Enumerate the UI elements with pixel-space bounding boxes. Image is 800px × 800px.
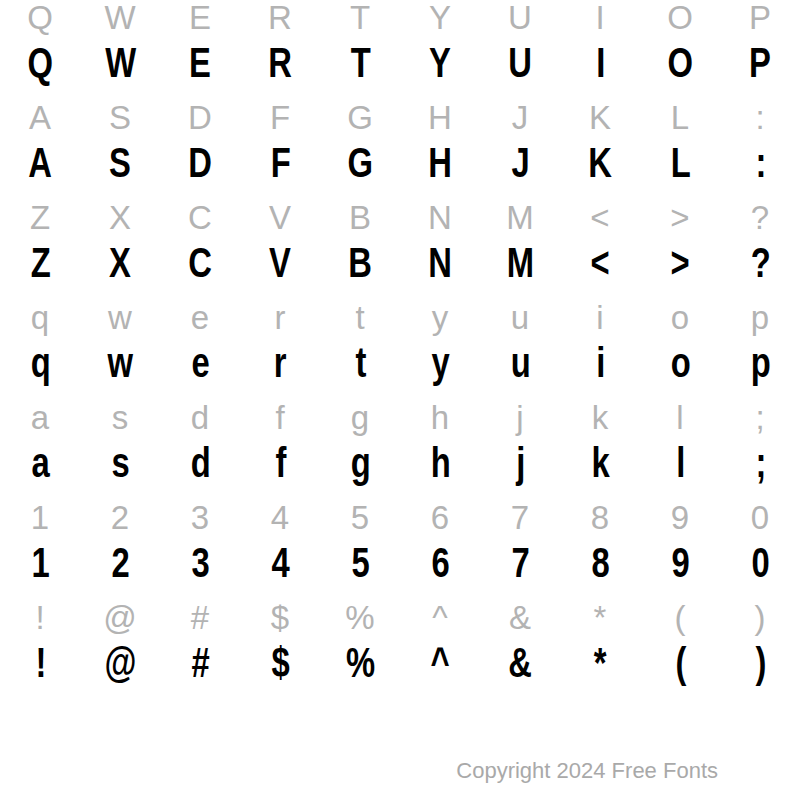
reference-glyph: G	[347, 101, 373, 134]
specimen-glyph: J	[511, 142, 528, 184]
reference-glyph: 6	[431, 501, 449, 534]
char-cell: s	[80, 445, 160, 500]
reference-glyph: k	[592, 401, 609, 434]
reference-glyph: L	[671, 101, 689, 134]
reference-glyph: %	[345, 601, 374, 634]
char-cell: g	[320, 445, 400, 500]
char-cell: )	[720, 645, 800, 700]
reference-glyph: Z	[30, 201, 50, 234]
reference-glyph: I	[595, 1, 604, 34]
char-cell: I	[560, 45, 640, 100]
char-cell: o	[640, 345, 720, 400]
specimen-glyph: T	[350, 42, 369, 84]
reference-glyph: C	[188, 201, 212, 234]
reference-glyph: 2	[111, 501, 129, 534]
char-cell: A	[0, 145, 80, 200]
specimen-glyph: R	[269, 42, 292, 84]
specimen-glyph: 6	[431, 542, 448, 584]
reference-glyph: r	[275, 301, 286, 334]
specimen-glyph: $	[271, 642, 288, 684]
char-cell: w	[80, 345, 160, 400]
char-cell: M	[480, 245, 560, 300]
reference-glyph: a	[31, 401, 49, 434]
specimen-glyph: 8	[591, 542, 608, 584]
char-cell: #	[160, 645, 240, 700]
reference-glyph: E	[189, 1, 211, 34]
character-row-pair: ZXCVBNM<>?ZXCVBNM<>?	[0, 200, 800, 300]
char-cell: 2	[80, 545, 160, 600]
specimen-glyph: <	[591, 242, 609, 284]
char-cell: u	[480, 345, 560, 400]
specimen-glyph: 4	[271, 542, 288, 584]
specimen-glyph: ^	[431, 642, 449, 684]
reference-glyph: S	[109, 101, 131, 134]
reference-glyph: 0	[751, 501, 769, 534]
specimen-row: ASDFGHJKL:	[0, 145, 800, 200]
specimen-glyph: a	[31, 442, 48, 484]
specimen-glyph: (	[675, 642, 685, 684]
reference-glyph: &	[509, 601, 531, 634]
char-cell: :	[720, 145, 800, 200]
reference-glyph: g	[351, 401, 369, 434]
specimen-glyph: ;	[755, 442, 765, 484]
specimen-glyph: C	[189, 242, 212, 284]
char-cell: E	[160, 45, 240, 100]
char-cell: ;	[720, 445, 800, 500]
char-cell: C	[160, 245, 240, 300]
reference-glyph: (	[675, 601, 686, 634]
specimen-glyph: g	[350, 442, 369, 484]
specimen-glyph: 5	[351, 542, 368, 584]
character-row-pair: qwertyuiopqwertyuiop	[0, 300, 800, 400]
reference-glyph: :	[755, 101, 764, 134]
char-cell: @	[80, 645, 160, 700]
char-cell: d	[160, 445, 240, 500]
reference-glyph: F	[270, 101, 290, 134]
char-cell: N	[400, 245, 480, 300]
char-cell: !	[0, 645, 80, 700]
char-cell: L	[640, 145, 720, 200]
reference-glyph: q	[31, 301, 49, 334]
char-cell: 4	[240, 545, 320, 600]
specimen-glyph: f	[275, 442, 285, 484]
char-cell: Y	[400, 45, 480, 100]
reference-glyph: R	[268, 1, 292, 34]
char-cell: O	[640, 45, 720, 100]
char-cell: t	[320, 345, 400, 400]
char-cell: <	[560, 245, 640, 300]
char-cell: 6	[400, 545, 480, 600]
char-cell: V	[240, 245, 320, 300]
char-cell: B	[320, 245, 400, 300]
reference-glyph: 1	[31, 501, 49, 534]
reference-glyph: M	[506, 201, 534, 234]
specimen-glyph: k	[591, 442, 608, 484]
specimen-glyph: #	[191, 642, 208, 684]
specimen-glyph: q	[30, 342, 49, 384]
char-cell: 7	[480, 545, 560, 600]
specimen-glyph: y	[431, 342, 448, 384]
char-cell: K	[560, 145, 640, 200]
specimen-row: ZXCVBNM<>?	[0, 245, 800, 300]
specimen-glyph: S	[109, 142, 130, 184]
char-cell: h	[400, 445, 480, 500]
specimen-glyph: K	[589, 142, 612, 184]
reference-glyph: <	[590, 201, 609, 234]
reference-glyph: i	[596, 301, 603, 334]
reference-glyph: Q	[27, 1, 53, 34]
reference-glyph: d	[191, 401, 209, 434]
specimen-row: qwertyuiop	[0, 345, 800, 400]
character-row-pair: !@#$%^&*()!@#$%^&*()	[0, 600, 800, 700]
reference-glyph: o	[671, 301, 689, 334]
specimen-glyph: 0	[751, 542, 768, 584]
reference-glyph: J	[512, 101, 529, 134]
specimen-glyph: w	[108, 342, 133, 384]
char-cell: D	[160, 145, 240, 200]
char-cell: $	[240, 645, 320, 700]
char-cell: a	[0, 445, 80, 500]
specimen-glyph: H	[429, 142, 452, 184]
char-cell: ^	[400, 645, 480, 700]
specimen-glyph: D	[189, 142, 212, 184]
character-row-pair: QWERTYUIOPQWERTYUIOP	[0, 0, 800, 100]
reference-glyph: )	[755, 601, 766, 634]
reference-glyph: 9	[671, 501, 689, 534]
specimen-glyph: >	[671, 242, 689, 284]
specimen-glyph: G	[348, 142, 373, 184]
char-cell: >	[640, 245, 720, 300]
char-cell: r	[240, 345, 320, 400]
char-cell: e	[160, 345, 240, 400]
char-cell: l	[640, 445, 720, 500]
reference-glyph: t	[355, 301, 364, 334]
char-cell: W	[80, 45, 160, 100]
specimen-glyph: L	[670, 142, 689, 184]
char-cell: %	[320, 645, 400, 700]
reference-glyph: A	[29, 101, 51, 134]
specimen-glyph: i	[596, 342, 604, 384]
char-cell: X	[80, 245, 160, 300]
specimen-glyph: M	[507, 242, 534, 284]
char-cell: (	[640, 645, 720, 700]
char-cell: R	[240, 45, 320, 100]
specimen-glyph: Y	[429, 42, 450, 84]
char-cell: i	[560, 345, 640, 400]
specimen-glyph: e	[191, 342, 208, 384]
specimen-row: 1234567890	[0, 545, 800, 600]
char-cell: U	[480, 45, 560, 100]
char-cell: S	[80, 145, 160, 200]
reference-glyph: D	[188, 101, 212, 134]
char-cell: P	[720, 45, 800, 100]
reference-glyph: p	[751, 301, 769, 334]
specimen-glyph: 9	[671, 542, 688, 584]
reference-glyph: N	[428, 201, 452, 234]
specimen-glyph: ?	[750, 242, 769, 284]
specimen-glyph: t	[355, 342, 365, 384]
char-cell: *	[560, 645, 640, 700]
specimen-glyph: V	[269, 242, 290, 284]
specimen-glyph: h	[430, 442, 449, 484]
specimen-glyph: O	[668, 42, 693, 84]
reference-glyph: ?	[751, 201, 769, 234]
reference-glyph: u	[511, 301, 529, 334]
specimen-glyph: @	[104, 642, 135, 684]
char-cell: H	[400, 145, 480, 200]
specimen-glyph: j	[516, 442, 524, 484]
specimen-glyph: F	[270, 142, 289, 184]
specimen-glyph: Z	[30, 242, 49, 284]
reference-glyph: l	[676, 401, 683, 434]
reference-glyph: j	[516, 401, 523, 434]
reference-glyph: ^	[432, 601, 448, 634]
char-cell: j	[480, 445, 560, 500]
reference-glyph: y	[432, 301, 449, 334]
specimen-glyph: )	[755, 642, 765, 684]
char-cell: 9	[640, 545, 720, 600]
specimen-row: !@#$%^&*()	[0, 645, 800, 700]
specimen-glyph: p	[750, 342, 769, 384]
specimen-glyph: d	[190, 442, 209, 484]
char-cell: &	[480, 645, 560, 700]
specimen-glyph: l	[676, 442, 684, 484]
reference-glyph: 3	[191, 501, 209, 534]
specimen-row: QWERTYUIOP	[0, 45, 800, 100]
character-row-pair: 12345678901234567890	[0, 500, 800, 600]
char-cell: 0	[720, 545, 800, 600]
specimen-glyph: W	[105, 42, 135, 84]
reference-glyph: >	[670, 201, 689, 234]
reference-glyph: 8	[591, 501, 609, 534]
specimen-glyph: X	[109, 242, 130, 284]
reference-glyph: B	[349, 201, 371, 234]
char-cell: G	[320, 145, 400, 200]
reference-glyph: X	[109, 201, 131, 234]
char-cell: F	[240, 145, 320, 200]
char-cell: 8	[560, 545, 640, 600]
char-cell: 3	[160, 545, 240, 600]
character-row-pair: asdfghjkl;asdfghjkl;	[0, 400, 800, 500]
specimen-glyph: *	[594, 642, 606, 684]
specimen-glyph: &	[509, 642, 532, 684]
reference-glyph: $	[271, 601, 289, 634]
char-cell: q	[0, 345, 80, 400]
reference-glyph: 5	[351, 501, 369, 534]
reference-glyph: Y	[429, 1, 451, 34]
character-row-pair: ASDFGHJKL:ASDFGHJKL:	[0, 100, 800, 200]
reference-glyph: h	[431, 401, 449, 434]
specimen-glyph: s	[111, 442, 128, 484]
reference-glyph: V	[269, 201, 291, 234]
specimen-glyph: :	[755, 142, 765, 184]
reference-glyph: U	[508, 1, 532, 34]
reference-glyph: P	[749, 1, 771, 34]
specimen-glyph: %	[346, 642, 374, 684]
specimen-glyph: B	[349, 242, 372, 284]
reference-glyph: @	[103, 601, 137, 634]
char-cell: Q	[0, 45, 80, 100]
char-cell: f	[240, 445, 320, 500]
specimen-glyph: 3	[191, 542, 208, 584]
specimen-glyph: P	[749, 42, 770, 84]
reference-glyph: K	[589, 101, 611, 134]
specimen-glyph: U	[509, 42, 532, 84]
specimen-glyph: Q	[28, 42, 53, 84]
reference-glyph: 7	[511, 501, 529, 534]
char-cell: Z	[0, 245, 80, 300]
reference-glyph: !	[35, 601, 44, 634]
specimen-glyph: 7	[511, 542, 528, 584]
char-cell: y	[400, 345, 480, 400]
reference-glyph: e	[191, 301, 209, 334]
reference-glyph: W	[104, 1, 135, 34]
reference-glyph: w	[108, 301, 132, 334]
specimen-glyph: 1	[31, 542, 48, 584]
specimen-glyph: N	[429, 242, 452, 284]
char-cell: J	[480, 145, 560, 200]
specimen-glyph: !	[35, 642, 45, 684]
reference-glyph: O	[667, 1, 693, 34]
specimen-glyph: r	[274, 342, 286, 384]
char-cell: T	[320, 45, 400, 100]
reference-glyph: f	[275, 401, 284, 434]
char-cell: 5	[320, 545, 400, 600]
specimen-glyph: I	[596, 42, 604, 84]
specimen-glyph: o	[670, 342, 689, 384]
char-cell: 1	[0, 545, 80, 600]
specimen-row: asdfghjkl;	[0, 445, 800, 500]
char-cell: ?	[720, 245, 800, 300]
reference-glyph: s	[112, 401, 129, 434]
specimen-glyph: u	[510, 342, 529, 384]
char-cell: p	[720, 345, 800, 400]
reference-glyph: #	[191, 601, 209, 634]
reference-glyph: 4	[271, 501, 289, 534]
copyright-text: Copyright 2024 Free Fonts	[456, 758, 718, 784]
reference-glyph: H	[428, 101, 452, 134]
reference-glyph: T	[350, 1, 370, 34]
specimen-glyph: A	[29, 142, 52, 184]
char-cell: k	[560, 445, 640, 500]
reference-glyph: *	[594, 601, 607, 634]
specimen-glyph: 2	[111, 542, 128, 584]
reference-glyph: ;	[755, 401, 764, 434]
character-map: QWERTYUIOPQWERTYUIOPASDFGHJKL:ASDFGHJKL:…	[0, 0, 800, 700]
specimen-glyph: E	[189, 42, 210, 84]
